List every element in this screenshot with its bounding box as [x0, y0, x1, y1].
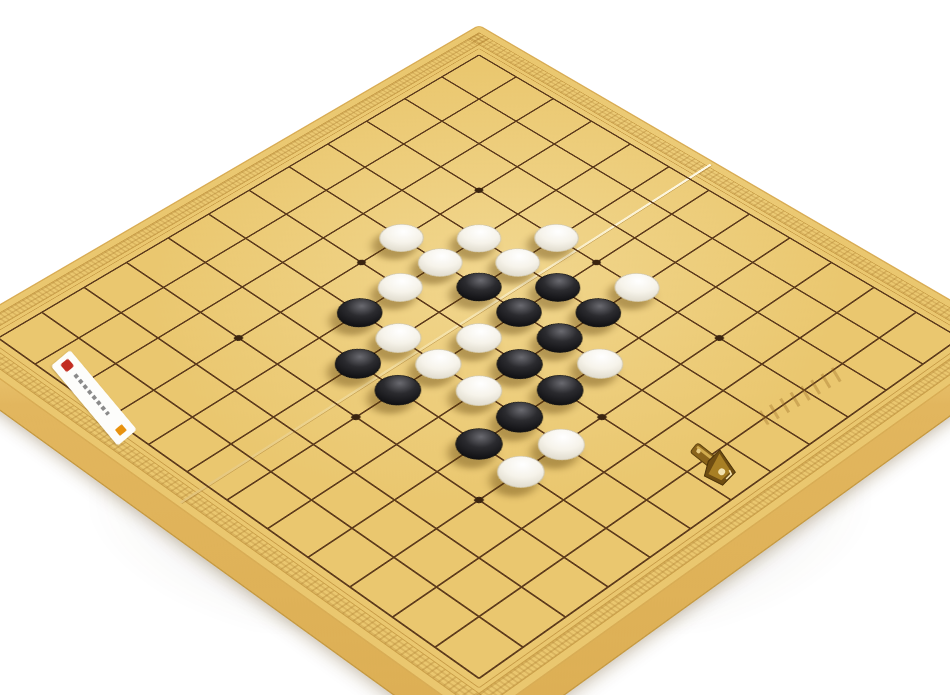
sticker-logo-mark — [60, 358, 74, 372]
clasp-icon — [678, 436, 750, 498]
sticker-orange-mark — [115, 424, 127, 436]
photo-stage: Folding 13x13 go board (gold wood) with … — [0, 0, 950, 695]
clasp — [678, 436, 750, 498]
grid-line-col — [34, 76, 516, 364]
